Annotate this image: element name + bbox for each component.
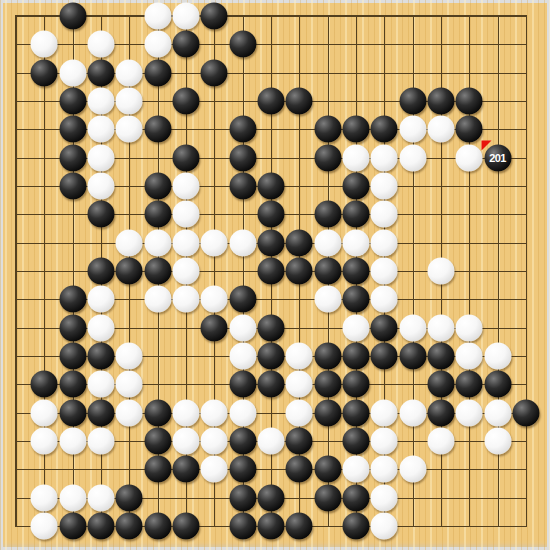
intersection[interactable] (257, 30, 285, 58)
intersection[interactable] (143, 512, 171, 540)
intersection[interactable] (87, 342, 115, 370)
intersection[interactable] (285, 30, 313, 58)
intersection[interactable] (483, 427, 511, 455)
intersection[interactable] (342, 313, 370, 341)
intersection[interactable] (370, 455, 398, 483)
intersection[interactable] (257, 228, 285, 256)
intersection[interactable] (143, 427, 171, 455)
intersection[interactable] (285, 342, 313, 370)
intersection[interactable] (87, 200, 115, 228)
intersection[interactable] (143, 370, 171, 398)
intersection[interactable] (483, 228, 511, 256)
intersection[interactable] (115, 455, 143, 483)
intersection[interactable] (143, 398, 171, 426)
intersection[interactable] (313, 483, 341, 511)
intersection[interactable] (200, 427, 228, 455)
intersection[interactable] (87, 483, 115, 511)
intersection[interactable] (483, 30, 511, 58)
intersection[interactable] (115, 228, 143, 256)
intersection[interactable] (2, 30, 30, 58)
intersection[interactable] (370, 2, 398, 30)
intersection[interactable] (172, 427, 200, 455)
intersection[interactable] (172, 200, 200, 228)
intersection[interactable] (143, 342, 171, 370)
intersection[interactable] (172, 342, 200, 370)
intersection[interactable] (30, 370, 58, 398)
intersection[interactable] (200, 115, 228, 143)
intersection[interactable] (483, 512, 511, 540)
intersection[interactable] (143, 455, 171, 483)
intersection[interactable] (285, 512, 313, 540)
intersection[interactable] (87, 512, 115, 540)
intersection[interactable] (370, 427, 398, 455)
intersection[interactable] (455, 313, 483, 341)
intersection[interactable] (143, 87, 171, 115)
intersection[interactable] (257, 87, 285, 115)
intersection[interactable] (483, 58, 511, 86)
intersection[interactable] (87, 370, 115, 398)
intersection[interactable] (257, 512, 285, 540)
intersection[interactable] (200, 370, 228, 398)
intersection[interactable] (87, 313, 115, 341)
intersection[interactable] (483, 257, 511, 285)
intersection[interactable] (115, 143, 143, 171)
intersection[interactable] (313, 58, 341, 86)
intersection[interactable] (228, 143, 256, 171)
intersection[interactable] (115, 313, 143, 341)
intersection[interactable] (257, 172, 285, 200)
intersection[interactable] (285, 200, 313, 228)
intersection[interactable] (455, 483, 483, 511)
intersection[interactable] (115, 342, 143, 370)
intersection[interactable] (2, 427, 30, 455)
intersection[interactable] (455, 512, 483, 540)
intersection[interactable] (342, 370, 370, 398)
intersection[interactable] (342, 455, 370, 483)
intersection[interactable] (313, 200, 341, 228)
intersection[interactable] (143, 30, 171, 58)
intersection[interactable] (58, 512, 86, 540)
intersection[interactable]: 201 (483, 143, 511, 171)
intersection[interactable] (455, 58, 483, 86)
intersection[interactable] (257, 370, 285, 398)
intersection[interactable] (172, 30, 200, 58)
intersection[interactable] (200, 143, 228, 171)
intersection[interactable] (370, 512, 398, 540)
intersection[interactable] (228, 172, 256, 200)
intersection[interactable] (58, 370, 86, 398)
intersection[interactable] (2, 115, 30, 143)
intersection[interactable] (427, 115, 455, 143)
intersection[interactable] (143, 285, 171, 313)
intersection[interactable] (342, 115, 370, 143)
intersection[interactable] (455, 285, 483, 313)
intersection[interactable] (512, 172, 540, 200)
intersection[interactable] (398, 30, 426, 58)
intersection[interactable] (172, 58, 200, 86)
intersection[interactable] (455, 455, 483, 483)
intersection[interactable] (257, 455, 285, 483)
intersection[interactable] (172, 2, 200, 30)
intersection[interactable] (512, 30, 540, 58)
intersection[interactable] (512, 257, 540, 285)
intersection[interactable] (200, 257, 228, 285)
intersection[interactable] (285, 313, 313, 341)
intersection[interactable] (257, 285, 285, 313)
intersection[interactable] (115, 87, 143, 115)
intersection[interactable] (455, 87, 483, 115)
intersection[interactable] (30, 87, 58, 115)
intersection[interactable] (2, 2, 30, 30)
intersection[interactable] (342, 58, 370, 86)
intersection[interactable] (483, 2, 511, 30)
intersection[interactable] (200, 512, 228, 540)
intersection[interactable] (115, 370, 143, 398)
intersection[interactable] (87, 30, 115, 58)
intersection[interactable] (512, 398, 540, 426)
intersection[interactable] (172, 512, 200, 540)
intersection[interactable] (30, 512, 58, 540)
intersection[interactable] (30, 285, 58, 313)
intersection[interactable] (313, 342, 341, 370)
intersection[interactable] (228, 58, 256, 86)
intersection[interactable] (2, 257, 30, 285)
intersection[interactable] (257, 483, 285, 511)
intersection[interactable] (58, 342, 86, 370)
intersection[interactable] (58, 30, 86, 58)
intersection[interactable] (30, 342, 58, 370)
intersection[interactable] (398, 398, 426, 426)
intersection[interactable] (285, 398, 313, 426)
intersection[interactable] (427, 342, 455, 370)
intersection[interactable] (87, 87, 115, 115)
intersection[interactable] (2, 342, 30, 370)
intersection[interactable] (313, 2, 341, 30)
intersection[interactable] (87, 427, 115, 455)
intersection[interactable] (398, 483, 426, 511)
intersection[interactable] (87, 257, 115, 285)
intersection[interactable] (257, 143, 285, 171)
intersection[interactable] (483, 87, 511, 115)
intersection[interactable] (143, 228, 171, 256)
intersection[interactable] (115, 172, 143, 200)
intersection[interactable] (455, 257, 483, 285)
intersection[interactable] (285, 58, 313, 86)
intersection[interactable] (257, 342, 285, 370)
intersection[interactable] (370, 143, 398, 171)
intersection[interactable] (200, 398, 228, 426)
intersection[interactable] (257, 257, 285, 285)
intersection[interactable] (228, 285, 256, 313)
intersection[interactable] (257, 398, 285, 426)
intersection[interactable] (228, 370, 256, 398)
intersection[interactable] (398, 115, 426, 143)
intersection[interactable] (115, 58, 143, 86)
intersection[interactable] (483, 313, 511, 341)
intersection[interactable] (172, 370, 200, 398)
intersection[interactable] (342, 398, 370, 426)
intersection[interactable] (455, 143, 483, 171)
intersection[interactable] (257, 115, 285, 143)
intersection[interactable] (115, 398, 143, 426)
intersection[interactable] (512, 200, 540, 228)
intersection[interactable] (427, 2, 455, 30)
intersection[interactable] (200, 2, 228, 30)
intersection[interactable] (370, 398, 398, 426)
intersection[interactable] (512, 313, 540, 341)
intersection[interactable] (512, 2, 540, 30)
intersection[interactable] (115, 512, 143, 540)
intersection[interactable] (228, 512, 256, 540)
intersection[interactable] (313, 172, 341, 200)
intersection[interactable] (58, 200, 86, 228)
intersection[interactable] (398, 427, 426, 455)
intersection[interactable] (455, 228, 483, 256)
intersection[interactable] (398, 172, 426, 200)
intersection[interactable] (370, 200, 398, 228)
intersection[interactable] (228, 398, 256, 426)
intersection[interactable] (370, 172, 398, 200)
intersection[interactable] (228, 87, 256, 115)
intersection[interactable] (228, 228, 256, 256)
intersection[interactable] (285, 2, 313, 30)
intersection[interactable] (87, 398, 115, 426)
intersection[interactable] (342, 285, 370, 313)
intersection[interactable] (342, 483, 370, 511)
intersection[interactable] (172, 87, 200, 115)
intersection[interactable] (342, 2, 370, 30)
intersection[interactable] (172, 115, 200, 143)
intersection[interactable] (200, 30, 228, 58)
intersection[interactable] (58, 427, 86, 455)
intersection[interactable] (370, 313, 398, 341)
intersection[interactable] (228, 313, 256, 341)
intersection[interactable] (58, 143, 86, 171)
intersection[interactable] (228, 427, 256, 455)
intersection[interactable] (30, 427, 58, 455)
intersection[interactable] (512, 483, 540, 511)
intersection[interactable] (58, 115, 86, 143)
intersection[interactable] (2, 512, 30, 540)
intersection[interactable] (172, 143, 200, 171)
intersection[interactable] (58, 257, 86, 285)
intersection[interactable] (228, 115, 256, 143)
intersection[interactable] (512, 427, 540, 455)
intersection[interactable] (30, 257, 58, 285)
intersection[interactable] (30, 2, 58, 30)
intersection[interactable] (87, 115, 115, 143)
intersection[interactable] (427, 172, 455, 200)
intersection[interactable] (2, 370, 30, 398)
intersection[interactable] (58, 313, 86, 341)
intersection[interactable] (398, 200, 426, 228)
intersection[interactable] (398, 228, 426, 256)
intersection[interactable] (427, 228, 455, 256)
intersection[interactable] (512, 143, 540, 171)
intersection[interactable] (30, 143, 58, 171)
intersection[interactable] (58, 398, 86, 426)
intersection[interactable] (285, 115, 313, 143)
intersection[interactable] (342, 172, 370, 200)
intersection[interactable] (228, 455, 256, 483)
intersection[interactable] (313, 313, 341, 341)
intersection[interactable] (58, 172, 86, 200)
intersection[interactable] (2, 455, 30, 483)
intersection[interactable] (427, 370, 455, 398)
intersection[interactable] (2, 483, 30, 511)
intersection[interactable] (285, 455, 313, 483)
intersection[interactable] (370, 285, 398, 313)
intersection[interactable] (30, 172, 58, 200)
intersection[interactable] (483, 455, 511, 483)
intersection[interactable] (427, 455, 455, 483)
intersection[interactable] (200, 313, 228, 341)
intersection[interactable] (313, 115, 341, 143)
intersection[interactable] (313, 257, 341, 285)
intersection[interactable] (257, 427, 285, 455)
intersection[interactable] (398, 342, 426, 370)
intersection[interactable] (483, 398, 511, 426)
intersection[interactable] (228, 257, 256, 285)
intersection[interactable] (427, 257, 455, 285)
intersection[interactable] (30, 398, 58, 426)
intersection[interactable] (285, 172, 313, 200)
intersection[interactable] (342, 512, 370, 540)
intersection[interactable] (115, 2, 143, 30)
intersection[interactable] (512, 455, 540, 483)
intersection[interactable] (342, 143, 370, 171)
intersection[interactable] (172, 257, 200, 285)
intersection[interactable] (512, 115, 540, 143)
intersection[interactable] (228, 483, 256, 511)
intersection[interactable] (115, 115, 143, 143)
intersection[interactable] (313, 228, 341, 256)
intersection[interactable] (2, 87, 30, 115)
intersection[interactable] (257, 2, 285, 30)
intersection[interactable] (342, 228, 370, 256)
intersection[interactable] (512, 342, 540, 370)
intersection[interactable] (313, 398, 341, 426)
intersection[interactable] (200, 200, 228, 228)
intersection[interactable] (143, 200, 171, 228)
intersection[interactable] (370, 58, 398, 86)
intersection[interactable] (257, 58, 285, 86)
intersection[interactable] (228, 30, 256, 58)
intersection[interactable] (58, 87, 86, 115)
intersection[interactable] (427, 30, 455, 58)
intersection[interactable] (2, 172, 30, 200)
intersection[interactable] (115, 483, 143, 511)
intersection[interactable] (30, 58, 58, 86)
intersection[interactable] (512, 87, 540, 115)
intersection[interactable] (30, 30, 58, 58)
intersection[interactable] (483, 285, 511, 313)
intersection[interactable] (342, 87, 370, 115)
intersection[interactable] (200, 285, 228, 313)
intersection[interactable] (200, 455, 228, 483)
intersection[interactable] (313, 512, 341, 540)
intersection[interactable] (313, 285, 341, 313)
intersection[interactable] (455, 398, 483, 426)
intersection[interactable] (342, 30, 370, 58)
intersection[interactable] (172, 285, 200, 313)
intersection[interactable] (285, 370, 313, 398)
intersection[interactable] (115, 30, 143, 58)
intersection[interactable] (455, 342, 483, 370)
intersection[interactable] (427, 483, 455, 511)
intersection[interactable] (398, 58, 426, 86)
intersection[interactable] (342, 200, 370, 228)
intersection[interactable] (370, 370, 398, 398)
intersection[interactable] (427, 143, 455, 171)
intersection[interactable] (512, 58, 540, 86)
intersection[interactable] (427, 87, 455, 115)
intersection[interactable] (228, 2, 256, 30)
intersection[interactable] (172, 313, 200, 341)
intersection[interactable] (398, 455, 426, 483)
intersection[interactable] (455, 172, 483, 200)
intersection[interactable] (342, 427, 370, 455)
intersection[interactable] (172, 455, 200, 483)
intersection[interactable] (58, 455, 86, 483)
intersection[interactable] (455, 2, 483, 30)
intersection[interactable] (483, 370, 511, 398)
intersection[interactable] (313, 30, 341, 58)
intersection[interactable] (2, 58, 30, 86)
intersection[interactable] (115, 257, 143, 285)
intersection[interactable] (200, 58, 228, 86)
intersection[interactable] (30, 313, 58, 341)
intersection[interactable] (257, 200, 285, 228)
intersection[interactable] (87, 143, 115, 171)
intersection[interactable] (512, 512, 540, 540)
intersection[interactable] (58, 228, 86, 256)
intersection[interactable] (398, 313, 426, 341)
intersection[interactable] (398, 143, 426, 171)
intersection[interactable] (285, 483, 313, 511)
intersection[interactable] (483, 200, 511, 228)
intersection[interactable] (87, 58, 115, 86)
intersection[interactable] (143, 143, 171, 171)
intersection[interactable] (483, 342, 511, 370)
intersection[interactable] (200, 87, 228, 115)
intersection[interactable] (87, 172, 115, 200)
intersection[interactable] (285, 87, 313, 115)
intersection[interactable] (2, 228, 30, 256)
intersection[interactable] (172, 398, 200, 426)
intersection[interactable] (285, 285, 313, 313)
intersection[interactable] (427, 427, 455, 455)
intersection[interactable] (398, 285, 426, 313)
intersection[interactable] (58, 2, 86, 30)
intersection[interactable] (143, 313, 171, 341)
intersection[interactable] (87, 285, 115, 313)
intersection[interactable] (143, 58, 171, 86)
intersection[interactable] (455, 200, 483, 228)
intersection[interactable] (143, 115, 171, 143)
intersection[interactable] (58, 483, 86, 511)
intersection[interactable] (143, 172, 171, 200)
intersection[interactable] (455, 427, 483, 455)
intersection[interactable] (370, 257, 398, 285)
intersection[interactable] (87, 228, 115, 256)
intersection[interactable] (342, 342, 370, 370)
intersection[interactable] (143, 2, 171, 30)
intersection[interactable] (200, 228, 228, 256)
intersection[interactable] (285, 427, 313, 455)
intersection[interactable] (200, 172, 228, 200)
intersection[interactable] (87, 455, 115, 483)
